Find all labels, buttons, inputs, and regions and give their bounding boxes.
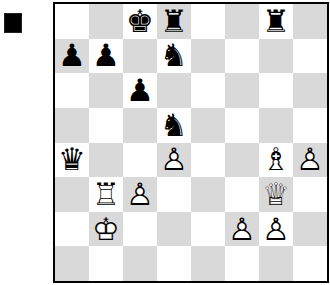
chess-piece-white-pawn[interactable]: ♟♙ — [259, 212, 293, 247]
black-to-move-indicator — [4, 13, 22, 33]
chess-piece-white-pawn[interactable]: ♟♙ — [225, 212, 259, 247]
board-square-f4[interactable] — [225, 143, 259, 178]
board-square-f6[interactable] — [225, 73, 259, 108]
board-square-h1[interactable] — [293, 246, 327, 281]
board-square-d3[interactable] — [157, 177, 191, 212]
chess-piece-black-pawn[interactable]: ♟ — [123, 73, 157, 108]
board-square-a5[interactable] — [55, 108, 89, 143]
board-square-b5[interactable] — [89, 108, 123, 143]
board-square-a3[interactable] — [55, 177, 89, 212]
board-square-c5[interactable] — [123, 108, 157, 143]
board-square-h8[interactable] — [293, 4, 327, 39]
board-square-h2[interactable] — [293, 212, 327, 247]
board-square-b1[interactable] — [89, 246, 123, 281]
black-knight-glyph: ♞ — [157, 108, 191, 143]
board-square-g5[interactable] — [259, 108, 293, 143]
black-pawn-glyph: ♟ — [123, 73, 157, 108]
board-square-e2[interactable] — [191, 212, 225, 247]
board-square-e4[interactable] — [191, 143, 225, 178]
board-square-d8[interactable]: ♜ — [157, 4, 191, 39]
board-square-e8[interactable] — [191, 4, 225, 39]
white-pawn-glyph: ♙ — [293, 143, 327, 178]
white-pawn-glyph: ♙ — [225, 212, 259, 247]
chess-piece-white-pawn[interactable]: ♟♙ — [157, 143, 191, 178]
chess-piece-black-rook[interactable]: ♜ — [259, 4, 293, 39]
board-square-b7[interactable]: ♟ — [89, 39, 123, 74]
chess-piece-black-pawn[interactable]: ♟ — [89, 39, 123, 74]
board-square-c7[interactable] — [123, 39, 157, 74]
chess-piece-white-queen[interactable]: ♛♕ — [259, 177, 293, 212]
chess-piece-white-rook[interactable]: ♜♖ — [89, 177, 123, 212]
chess-board: ♚♜♜♟♟♞♟♞♛♟♙♝♗♟♙♜♖♟♙♛♕♚♔♟♙♟♙ — [53, 2, 329, 283]
white-pawn-glyph: ♙ — [259, 212, 293, 247]
black-rook-glyph: ♜ — [157, 4, 191, 39]
board-square-a8[interactable] — [55, 4, 89, 39]
board-square-g7[interactable] — [259, 39, 293, 74]
chess-piece-black-king[interactable]: ♚ — [123, 4, 157, 39]
board-square-c2[interactable] — [123, 212, 157, 247]
board-square-e1[interactable] — [191, 246, 225, 281]
board-square-g1[interactable] — [259, 246, 293, 281]
board-square-a6[interactable] — [55, 73, 89, 108]
chess-piece-black-rook[interactable]: ♜ — [157, 4, 191, 39]
board-square-d6[interactable] — [157, 73, 191, 108]
board-square-a2[interactable] — [55, 212, 89, 247]
board-square-d7[interactable]: ♞ — [157, 39, 191, 74]
white-queen-glyph: ♕ — [259, 177, 293, 212]
board-square-b8[interactable] — [89, 4, 123, 39]
black-pawn-glyph: ♟ — [89, 39, 123, 74]
chess-piece-white-bishop[interactable]: ♝♗ — [259, 143, 293, 178]
white-rook-glyph: ♖ — [89, 177, 123, 212]
board-square-h7[interactable] — [293, 39, 327, 74]
black-rook-glyph: ♜ — [259, 4, 293, 39]
chess-piece-white-pawn[interactable]: ♟♙ — [293, 143, 327, 178]
board-square-g4[interactable]: ♝♗ — [259, 143, 293, 178]
white-bishop-glyph: ♗ — [259, 143, 293, 178]
chess-piece-white-king[interactable]: ♚♔ — [89, 212, 123, 247]
board-square-c6[interactable]: ♟ — [123, 73, 157, 108]
board-square-f7[interactable] — [225, 39, 259, 74]
board-square-b6[interactable] — [89, 73, 123, 108]
board-square-f2[interactable]: ♟♙ — [225, 212, 259, 247]
board-square-d4[interactable]: ♟♙ — [157, 143, 191, 178]
board-square-e3[interactable] — [191, 177, 225, 212]
board-square-b4[interactable] — [89, 143, 123, 178]
board-square-e5[interactable] — [191, 108, 225, 143]
board-square-a1[interactable] — [55, 246, 89, 281]
chess-piece-black-knight[interactable]: ♞ — [157, 108, 191, 143]
board-square-f3[interactable] — [225, 177, 259, 212]
chess-piece-black-pawn[interactable]: ♟ — [55, 39, 89, 74]
board-square-e6[interactable] — [191, 73, 225, 108]
board-square-f5[interactable] — [225, 108, 259, 143]
board-square-a7[interactable]: ♟ — [55, 39, 89, 74]
board-square-f8[interactable] — [225, 4, 259, 39]
board-square-b3[interactable]: ♜♖ — [89, 177, 123, 212]
black-king-glyph: ♚ — [123, 4, 157, 39]
board-square-f1[interactable] — [225, 246, 259, 281]
board-square-b2[interactable]: ♚♔ — [89, 212, 123, 247]
board-square-g3[interactable]: ♛♕ — [259, 177, 293, 212]
board-square-g6[interactable] — [259, 73, 293, 108]
board-square-h6[interactable] — [293, 73, 327, 108]
chess-piece-white-pawn[interactable]: ♟♙ — [123, 177, 157, 212]
black-queen-glyph: ♛ — [55, 143, 89, 178]
board-square-c8[interactable]: ♚ — [123, 4, 157, 39]
chess-piece-black-knight[interactable]: ♞ — [157, 39, 191, 74]
black-knight-glyph: ♞ — [157, 39, 191, 74]
white-king-glyph: ♔ — [89, 212, 123, 247]
chess-piece-black-queen[interactable]: ♛ — [55, 143, 89, 178]
chess-diagram: ♚♜♜♟♟♞♟♞♛♟♙♝♗♟♙♜♖♟♙♛♕♚♔♟♙♟♙ — [0, 0, 330, 285]
board-square-d1[interactable] — [157, 246, 191, 281]
board-square-e7[interactable] — [191, 39, 225, 74]
board-square-c1[interactable] — [123, 246, 157, 281]
board-square-g2[interactable]: ♟♙ — [259, 212, 293, 247]
board-square-a4[interactable]: ♛ — [55, 143, 89, 178]
board-square-h4[interactable]: ♟♙ — [293, 143, 327, 178]
board-square-h3[interactable] — [293, 177, 327, 212]
board-square-g8[interactable]: ♜ — [259, 4, 293, 39]
white-pawn-glyph: ♙ — [157, 143, 191, 178]
white-pawn-glyph: ♙ — [123, 177, 157, 212]
board-square-c4[interactable] — [123, 143, 157, 178]
board-square-d5[interactable]: ♞ — [157, 108, 191, 143]
board-square-h5[interactable] — [293, 108, 327, 143]
board-square-c3[interactable]: ♟♙ — [123, 177, 157, 212]
black-pawn-glyph: ♟ — [55, 39, 89, 74]
board-square-d2[interactable] — [157, 212, 191, 247]
